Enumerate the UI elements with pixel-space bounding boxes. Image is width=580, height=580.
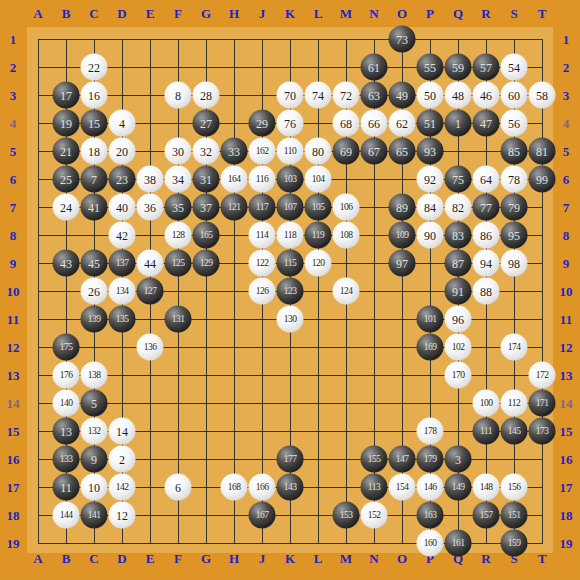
stone-white-E12[interactable]: 136 [137,334,164,361]
col-label-top-R: R [481,7,490,20]
stone-black-R2[interactable]: 57 [473,54,500,81]
stone-white-F6[interactable]: 34 [165,166,192,193]
stone-black-P2[interactable]: 55 [417,54,444,81]
row-label-right-6: 6 [563,173,570,186]
row-label-right-13: 13 [560,369,573,382]
stone-black-P16[interactable]: 179 [417,446,444,473]
col-label-bottom-H: H [229,552,239,565]
stone-white-P19[interactable]: 160 [417,530,444,557]
col-label-top-T: T [538,7,547,20]
stone-black-Q19[interactable]: 161 [445,530,472,557]
col-label-top-A: A [33,7,42,20]
stone-black-R15[interactable]: 111 [473,418,500,445]
col-label-bottom-D: D [117,552,126,565]
stone-white-F8[interactable]: 128 [165,222,192,249]
stone-black-C14[interactable]: 5 [81,390,108,417]
stone-black-Q9[interactable]: 87 [445,250,472,277]
stone-white-R3[interactable]: 46 [473,82,500,109]
stone-white-K8[interactable]: 118 [277,222,304,249]
stone-white-B13[interactable]: 176 [53,362,80,389]
stone-white-M3[interactable]: 72 [333,82,360,109]
stone-white-C10[interactable]: 26 [81,278,108,305]
stone-white-P6[interactable]: 92 [417,166,444,193]
col-label-bottom-F: F [174,552,182,565]
col-label-top-S: S [510,7,517,20]
stone-black-D6[interactable]: 23 [109,166,136,193]
col-label-top-B: B [62,7,71,20]
stone-white-Q12[interactable]: 102 [445,334,472,361]
stone-white-J10[interactable]: 126 [249,278,276,305]
stone-black-O5[interactable]: 65 [389,138,416,165]
stone-black-O16[interactable]: 147 [389,446,416,473]
row-label-right-19: 19 [560,537,573,550]
stone-white-R10[interactable]: 88 [473,278,500,305]
col-label-bottom-R: R [481,552,490,565]
stone-white-J9[interactable]: 122 [249,250,276,277]
stone-white-E6[interactable]: 38 [137,166,164,193]
stone-black-B6[interactable]: 25 [53,166,80,193]
col-label-top-L: L [314,7,323,20]
stone-black-S19[interactable]: 159 [501,530,528,557]
stone-black-K16[interactable]: 177 [277,446,304,473]
stone-black-Q8[interactable]: 83 [445,222,472,249]
stone-white-L9[interactable]: 120 [305,250,332,277]
stone-black-Q17[interactable]: 149 [445,474,472,501]
stone-white-C15[interactable]: 132 [81,418,108,445]
stone-white-S2[interactable]: 54 [501,54,528,81]
grid-line-horizontal [38,403,543,404]
row-label-right-1: 1 [563,33,570,46]
row-label-left-10: 10 [7,285,20,298]
row-label-right-18: 18 [560,509,573,522]
stone-white-J6[interactable]: 116 [249,166,276,193]
row-label-left-19: 19 [7,537,20,550]
stone-white-S9[interactable]: 98 [501,250,528,277]
stone-black-K9[interactable]: 115 [277,250,304,277]
col-label-top-C: C [89,7,98,20]
stone-black-Q10[interactable]: 91 [445,278,472,305]
row-label-right-9: 9 [563,257,570,270]
stone-white-D8[interactable]: 42 [109,222,136,249]
stone-white-D7[interactable]: 40 [109,194,136,221]
stone-white-T13[interactable]: 172 [529,362,556,389]
col-label-top-N: N [369,7,378,20]
stone-black-B4[interactable]: 19 [53,110,80,137]
col-label-bottom-E: E [146,552,155,565]
stone-white-S4[interactable]: 56 [501,110,528,137]
row-label-right-2: 2 [563,61,570,74]
stone-white-R6[interactable]: 64 [473,166,500,193]
stone-white-O17[interactable]: 154 [389,474,416,501]
stone-white-K11[interactable]: 130 [277,306,304,333]
stone-black-B9[interactable]: 43 [53,250,80,277]
col-label-top-F: F [174,7,182,20]
col-label-top-H: H [229,7,239,20]
col-label-bottom-A: A [33,552,42,565]
stone-white-S17[interactable]: 156 [501,474,528,501]
stone-black-G4[interactable]: 27 [193,110,220,137]
stone-white-D15[interactable]: 14 [109,418,136,445]
stone-black-B12[interactable]: 175 [53,334,80,361]
stone-black-Q4[interactable]: 1 [445,110,472,137]
stone-white-M8[interactable]: 108 [333,222,360,249]
stone-white-H17[interactable]: 168 [221,474,248,501]
row-label-left-7: 7 [10,201,17,214]
stone-black-G7[interactable]: 37 [193,194,220,221]
stone-black-L7[interactable]: 105 [305,194,332,221]
stone-white-E7[interactable]: 36 [137,194,164,221]
stone-black-P4[interactable]: 51 [417,110,444,137]
stone-white-Q13[interactable]: 170 [445,362,472,389]
stone-white-B18[interactable]: 144 [53,502,80,529]
stone-white-F17[interactable]: 6 [165,474,192,501]
stone-white-P17[interactable]: 146 [417,474,444,501]
stone-black-R7[interactable]: 77 [473,194,500,221]
stone-white-L6[interactable]: 104 [305,166,332,193]
stone-white-E9[interactable]: 44 [137,250,164,277]
stone-black-B3[interactable]: 17 [53,82,80,109]
stone-white-D17[interactable]: 142 [109,474,136,501]
row-label-right-17: 17 [560,481,573,494]
stone-black-O9[interactable]: 97 [389,250,416,277]
row-label-left-8: 8 [10,229,17,242]
stone-black-K17[interactable]: 143 [277,474,304,501]
stone-black-C4[interactable]: 15 [81,110,108,137]
stone-black-K6[interactable]: 103 [277,166,304,193]
row-label-left-9: 9 [10,257,17,270]
stone-white-B14[interactable]: 140 [53,390,80,417]
row-label-left-15: 15 [7,425,20,438]
stone-black-O7[interactable]: 89 [389,194,416,221]
col-label-top-O: O [397,7,407,20]
row-label-right-4: 4 [563,117,570,130]
stone-black-T14[interactable]: 171 [529,390,556,417]
row-label-left-6: 6 [10,173,17,186]
stone-black-P5[interactable]: 93 [417,138,444,165]
stone-white-P7[interactable]: 84 [417,194,444,221]
stone-white-J5[interactable]: 162 [249,138,276,165]
col-label-top-D: D [117,7,126,20]
col-label-bottom-B: B [62,552,71,565]
stone-black-F11[interactable]: 131 [165,306,192,333]
col-label-bottom-L: L [314,552,323,565]
stone-white-F5[interactable]: 30 [165,138,192,165]
row-label-left-16: 16 [7,453,20,466]
stone-black-O8[interactable]: 109 [389,222,416,249]
stone-black-T5[interactable]: 81 [529,138,556,165]
stone-black-C11[interactable]: 139 [81,306,108,333]
row-label-left-5: 5 [10,145,17,158]
stone-black-H7[interactable]: 121 [221,194,248,221]
stone-white-D16[interactable]: 2 [109,446,136,473]
row-label-right-16: 16 [560,453,573,466]
stone-white-R9[interactable]: 94 [473,250,500,277]
stone-white-L5[interactable]: 80 [305,138,332,165]
col-label-top-K: K [285,7,295,20]
stone-white-G3[interactable]: 28 [193,82,220,109]
stone-white-T3[interactable]: 58 [529,82,556,109]
stone-white-S3[interactable]: 60 [501,82,528,109]
stone-white-K4[interactable]: 76 [277,110,304,137]
stone-white-S12[interactable]: 174 [501,334,528,361]
stone-black-D9[interactable]: 137 [109,250,136,277]
stone-black-Q16[interactable]: 3 [445,446,472,473]
stone-white-K5[interactable]: 110 [277,138,304,165]
stone-white-B7[interactable]: 24 [53,194,80,221]
stone-black-J18[interactable]: 167 [249,502,276,529]
stone-black-B17[interactable]: 11 [53,474,80,501]
stone-black-R18[interactable]: 157 [473,502,500,529]
stone-white-S6[interactable]: 78 [501,166,528,193]
stone-black-S7[interactable]: 79 [501,194,528,221]
stone-white-D5[interactable]: 20 [109,138,136,165]
row-label-left-13: 13 [7,369,20,382]
row-label-right-7: 7 [563,201,570,214]
stone-white-S14[interactable]: 112 [501,390,528,417]
row-label-left-17: 17 [7,481,20,494]
col-label-top-P: P [426,7,434,20]
stone-black-S15[interactable]: 145 [501,418,528,445]
stone-black-N2[interactable]: 61 [361,54,388,81]
stone-black-Q2[interactable]: 59 [445,54,472,81]
stone-white-R17[interactable]: 148 [473,474,500,501]
stone-black-P18[interactable]: 163 [417,502,444,529]
stone-white-R8[interactable]: 86 [473,222,500,249]
stone-white-H6[interactable]: 164 [221,166,248,193]
stone-white-C5[interactable]: 18 [81,138,108,165]
stone-black-G6[interactable]: 31 [193,166,220,193]
stone-white-O4[interactable]: 62 [389,110,416,137]
stone-black-Q6[interactable]: 75 [445,166,472,193]
row-label-right-8: 8 [563,229,570,242]
row-label-left-14: 14 [7,397,20,410]
stone-white-M10[interactable]: 124 [333,278,360,305]
col-label-top-E: E [146,7,155,20]
stone-white-Q11[interactable]: 96 [445,306,472,333]
stone-black-E10[interactable]: 127 [137,278,164,305]
stone-white-C13[interactable]: 138 [81,362,108,389]
stone-white-D18[interactable]: 12 [109,502,136,529]
row-label-right-3: 3 [563,89,570,102]
stone-black-C16[interactable]: 9 [81,446,108,473]
stone-white-D4[interactable]: 4 [109,110,136,137]
stone-black-T6[interactable]: 99 [529,166,556,193]
col-label-bottom-K: K [285,552,295,565]
row-label-left-11: 11 [7,313,19,326]
stone-black-B5[interactable]: 21 [53,138,80,165]
stone-black-S5[interactable]: 85 [501,138,528,165]
stone-white-M7[interactable]: 106 [333,194,360,221]
stone-black-H5[interactable]: 33 [221,138,248,165]
stone-black-N5[interactable]: 67 [361,138,388,165]
stone-black-B15[interactable]: 13 [53,418,80,445]
stone-white-R14[interactable]: 100 [473,390,500,417]
col-label-top-G: G [201,7,211,20]
stone-white-N18[interactable]: 152 [361,502,388,529]
stone-white-P15[interactable]: 178 [417,418,444,445]
row-label-right-10: 10 [560,285,573,298]
stone-black-M18[interactable]: 153 [333,502,360,529]
stone-black-G9[interactable]: 129 [193,250,220,277]
row-label-right-12: 12 [560,341,573,354]
stone-white-P3[interactable]: 50 [417,82,444,109]
stone-white-J8[interactable]: 114 [249,222,276,249]
stone-black-C7[interactable]: 41 [81,194,108,221]
stone-black-O1[interactable]: 73 [389,26,416,53]
row-label-left-4: 4 [10,117,17,130]
stone-black-F9[interactable]: 125 [165,250,192,277]
stone-black-M5[interactable]: 69 [333,138,360,165]
go-kifu-screen: AABBCCDDEEFFGGHHJJKKLLMMNNOOPPQQRRSSTT11… [0,0,580,580]
col-label-bottom-M: M [340,552,352,565]
col-label-bottom-T: T [538,552,547,565]
grid-line-vertical [318,39,319,544]
row-label-left-2: 2 [10,61,17,74]
stone-white-G5[interactable]: 32 [193,138,220,165]
stone-black-P11[interactable]: 101 [417,306,444,333]
stone-black-C9[interactable]: 45 [81,250,108,277]
stone-white-F3[interactable]: 8 [165,82,192,109]
col-label-bottom-O: O [397,552,407,565]
stone-black-P12[interactable]: 169 [417,334,444,361]
col-label-top-J: J [259,7,266,20]
stone-black-S18[interactable]: 151 [501,502,528,529]
stone-black-N3[interactable]: 63 [361,82,388,109]
stone-black-F7[interactable]: 35 [165,194,192,221]
stone-black-O3[interactable]: 49 [389,82,416,109]
stone-white-K3[interactable]: 70 [277,82,304,109]
stone-white-Q7[interactable]: 82 [445,194,472,221]
stone-black-K10[interactable]: 123 [277,278,304,305]
stone-black-J7[interactable]: 117 [249,194,276,221]
row-label-right-11: 11 [560,313,572,326]
row-label-left-12: 12 [7,341,20,354]
col-label-top-M: M [340,7,352,20]
stone-white-P8[interactable]: 90 [417,222,444,249]
stone-black-N16[interactable]: 155 [361,446,388,473]
row-label-left-18: 18 [7,509,20,522]
col-label-bottom-N: N [369,552,378,565]
col-label-bottom-C: C [89,552,98,565]
stone-black-C6[interactable]: 7 [81,166,108,193]
stone-black-T15[interactable]: 173 [529,418,556,445]
stone-white-C3[interactable]: 16 [81,82,108,109]
stone-black-D11[interactable]: 135 [109,306,136,333]
stone-black-L8[interactable]: 119 [305,222,332,249]
stone-white-C2[interactable]: 22 [81,54,108,81]
stone-black-R4[interactable]: 47 [473,110,500,137]
stone-black-K7[interactable]: 107 [277,194,304,221]
row-label-right-15: 15 [560,425,573,438]
stone-white-Q3[interactable]: 48 [445,82,472,109]
stone-black-B16[interactable]: 133 [53,446,80,473]
stone-black-C18[interactable]: 141 [81,502,108,529]
stone-white-D10[interactable]: 134 [109,278,136,305]
row-label-right-5: 5 [563,145,570,158]
col-label-top-Q: Q [453,7,463,20]
stone-black-S8[interactable]: 95 [501,222,528,249]
row-label-left-3: 3 [10,89,17,102]
stone-white-C17[interactable]: 10 [81,474,108,501]
stone-white-N4[interactable]: 66 [361,110,388,137]
stone-black-G8[interactable]: 165 [193,222,220,249]
stone-black-J4[interactable]: 29 [249,110,276,137]
row-label-right-14: 14 [560,397,573,410]
stone-black-N17[interactable]: 113 [361,474,388,501]
stone-white-L3[interactable]: 74 [305,82,332,109]
col-label-bottom-G: G [201,552,211,565]
grid-line-vertical [542,39,543,544]
stone-white-M4[interactable]: 68 [333,110,360,137]
col-label-bottom-J: J [259,552,266,565]
row-label-left-1: 1 [10,33,17,46]
stone-white-J17[interactable]: 166 [249,474,276,501]
